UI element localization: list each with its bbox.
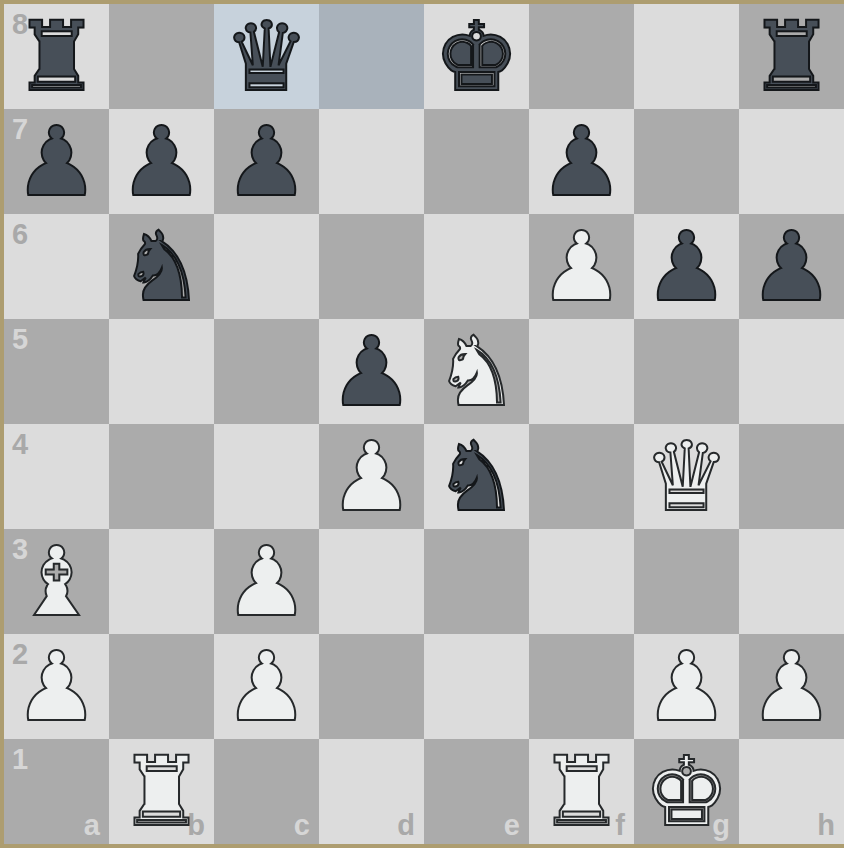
piece-black-king[interactable]: ♚	[424, 4, 529, 109]
square-b8[interactable]	[109, 4, 214, 109]
square-h8[interactable]: ♜	[739, 4, 844, 109]
square-g2[interactable]: ♟	[634, 634, 739, 739]
square-b7[interactable]: ♟	[109, 109, 214, 214]
square-b1[interactable]: b♜	[109, 739, 214, 844]
rank-label-4: 4	[12, 430, 28, 459]
file-label-a: a	[84, 811, 100, 840]
square-h3[interactable]	[739, 529, 844, 634]
square-g1[interactable]: g♚	[634, 739, 739, 844]
piece-black-pawn[interactable]: ♟	[214, 109, 319, 214]
square-d7[interactable]	[319, 109, 424, 214]
piece-white-pawn[interactable]: ♟	[634, 634, 739, 739]
square-f5[interactable]	[529, 319, 634, 424]
piece-white-pawn[interactable]: ♟	[739, 634, 844, 739]
square-h5[interactable]	[739, 319, 844, 424]
piece-white-pawn[interactable]: ♟	[214, 634, 319, 739]
square-f4[interactable]	[529, 424, 634, 529]
square-e4[interactable]: ♞	[424, 424, 529, 529]
piece-black-knight[interactable]: ♞	[424, 424, 529, 529]
piece-white-rook[interactable]: ♜	[529, 739, 634, 844]
square-e7[interactable]	[424, 109, 529, 214]
rank-label-1: 1	[12, 745, 28, 774]
square-f7[interactable]: ♟	[529, 109, 634, 214]
square-h1[interactable]: h	[739, 739, 844, 844]
piece-white-bishop[interactable]: ♝	[4, 529, 109, 634]
square-c6[interactable]	[214, 214, 319, 319]
square-d8[interactable]	[319, 4, 424, 109]
file-label-h: h	[817, 811, 835, 840]
square-g4[interactable]: ♛	[634, 424, 739, 529]
square-c7[interactable]: ♟	[214, 109, 319, 214]
rank-label-5: 5	[12, 325, 28, 354]
square-e1[interactable]: e	[424, 739, 529, 844]
square-d4[interactable]: ♟	[319, 424, 424, 529]
square-f6[interactable]: ♟	[529, 214, 634, 319]
piece-white-king[interactable]: ♚	[634, 739, 739, 844]
piece-black-pawn[interactable]: ♟	[739, 214, 844, 319]
square-g3[interactable]	[634, 529, 739, 634]
square-f8[interactable]	[529, 4, 634, 109]
square-g7[interactable]	[634, 109, 739, 214]
piece-black-queen[interactable]: ♛	[214, 4, 319, 109]
piece-black-rook[interactable]: ♜	[739, 4, 844, 109]
square-a8[interactable]: 8♜	[4, 4, 109, 109]
square-g8[interactable]	[634, 4, 739, 109]
square-d6[interactable]	[319, 214, 424, 319]
square-a4[interactable]: 4	[4, 424, 109, 529]
piece-white-rook[interactable]: ♜	[109, 739, 214, 844]
square-c3[interactable]: ♟	[214, 529, 319, 634]
square-a2[interactable]: 2♟	[4, 634, 109, 739]
square-c4[interactable]	[214, 424, 319, 529]
chess-board-frame: 8♜♛♚♜7♟♟♟♟6♞♟♟♟5♟♞4♟♞♛3♝♟2♟♟♟♟1ab♜cdef♜g…	[0, 0, 844, 848]
square-e8[interactable]: ♚	[424, 4, 529, 109]
square-a6[interactable]: 6	[4, 214, 109, 319]
square-a1[interactable]: 1a	[4, 739, 109, 844]
piece-white-queen[interactable]: ♛	[634, 424, 739, 529]
square-c1[interactable]: c	[214, 739, 319, 844]
square-b6[interactable]: ♞	[109, 214, 214, 319]
square-e2[interactable]	[424, 634, 529, 739]
square-f1[interactable]: f♜	[529, 739, 634, 844]
piece-white-pawn[interactable]: ♟	[4, 634, 109, 739]
square-h7[interactable]	[739, 109, 844, 214]
file-label-d: d	[397, 811, 415, 840]
square-e3[interactable]	[424, 529, 529, 634]
square-a5[interactable]: 5	[4, 319, 109, 424]
chess-board: 8♜♛♚♜7♟♟♟♟6♞♟♟♟5♟♞4♟♞♛3♝♟2♟♟♟♟1ab♜cdef♜g…	[4, 4, 844, 844]
square-g5[interactable]	[634, 319, 739, 424]
piece-black-pawn[interactable]: ♟	[4, 109, 109, 214]
piece-white-pawn[interactable]: ♟	[529, 214, 634, 319]
square-b3[interactable]	[109, 529, 214, 634]
square-h6[interactable]: ♟	[739, 214, 844, 319]
square-d5[interactable]: ♟	[319, 319, 424, 424]
piece-black-knight[interactable]: ♞	[109, 214, 214, 319]
square-f3[interactable]	[529, 529, 634, 634]
piece-white-knight[interactable]: ♞	[424, 319, 529, 424]
square-h4[interactable]	[739, 424, 844, 529]
piece-black-pawn[interactable]: ♟	[109, 109, 214, 214]
piece-black-pawn[interactable]: ♟	[319, 319, 424, 424]
file-label-c: c	[294, 811, 310, 840]
square-a3[interactable]: 3♝	[4, 529, 109, 634]
piece-white-pawn[interactable]: ♟	[319, 424, 424, 529]
square-a7[interactable]: 7♟	[4, 109, 109, 214]
square-h2[interactable]: ♟	[739, 634, 844, 739]
square-f2[interactable]	[529, 634, 634, 739]
square-b4[interactable]	[109, 424, 214, 529]
square-c2[interactable]: ♟	[214, 634, 319, 739]
piece-black-rook[interactable]: ♜	[4, 4, 109, 109]
square-d1[interactable]: d	[319, 739, 424, 844]
square-g6[interactable]: ♟	[634, 214, 739, 319]
square-b5[interactable]	[109, 319, 214, 424]
piece-black-pawn[interactable]: ♟	[529, 109, 634, 214]
rank-label-6: 6	[12, 220, 28, 249]
square-c5[interactable]	[214, 319, 319, 424]
square-d2[interactable]	[319, 634, 424, 739]
piece-black-pawn[interactable]: ♟	[634, 214, 739, 319]
square-e5[interactable]: ♞	[424, 319, 529, 424]
square-d3[interactable]	[319, 529, 424, 634]
file-label-e: e	[504, 811, 520, 840]
square-b2[interactable]	[109, 634, 214, 739]
piece-white-pawn[interactable]: ♟	[214, 529, 319, 634]
square-e6[interactable]	[424, 214, 529, 319]
square-c8[interactable]: ♛	[214, 4, 319, 109]
